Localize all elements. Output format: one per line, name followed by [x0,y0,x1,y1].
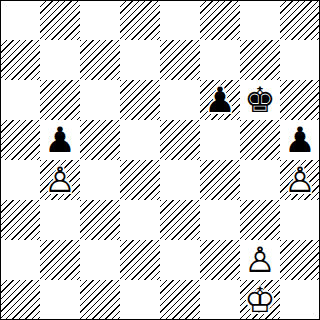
black-king-icon: ♚ [244,83,275,118]
piece-white-pawn: ♟♙ [280,160,320,200]
square-h8[interactable] [280,0,320,40]
square-g7[interactable] [240,40,280,80]
square-g2[interactable]: ♟♙ [240,240,280,280]
piece-black-king: ♚♚ [240,80,280,120]
square-b3[interactable] [40,200,80,240]
square-e1[interactable] [160,280,200,320]
piece-white-pawn: ♟♙ [40,160,80,200]
square-a6[interactable] [0,80,40,120]
black-pawn-icon: ♟ [44,123,75,158]
square-e6[interactable] [160,80,200,120]
square-f1[interactable] [200,280,240,320]
square-c2[interactable] [80,240,120,280]
square-b4[interactable]: ♟♙ [40,160,80,200]
square-h1[interactable] [280,280,320,320]
square-f3[interactable] [200,200,240,240]
piece-black-pawn: ♟♟ [40,120,80,160]
square-e8[interactable] [160,0,200,40]
square-g8[interactable] [240,0,280,40]
square-f2[interactable] [200,240,240,280]
piece-white-pawn: ♟♙ [240,240,280,280]
square-d7[interactable] [120,40,160,80]
square-a4[interactable] [0,160,40,200]
square-h5[interactable]: ♟♟ [280,120,320,160]
piece-black-pawn: ♟♟ [280,120,320,160]
square-d5[interactable] [120,120,160,160]
square-a7[interactable] [0,40,40,80]
square-b7[interactable] [40,40,80,80]
square-h6[interactable] [280,80,320,120]
square-e5[interactable] [160,120,200,160]
square-d2[interactable] [120,240,160,280]
piece-white-king: ♚♔ [240,280,280,320]
square-b6[interactable] [40,80,80,120]
square-c4[interactable] [80,160,120,200]
square-c5[interactable] [80,120,120,160]
square-e3[interactable] [160,200,200,240]
black-pawn-icon: ♟ [204,83,235,118]
square-c3[interactable] [80,200,120,240]
chess-board: ♟♟♚♚♟♟♟♟♟♙♟♙♟♙♚♔ [0,0,320,320]
square-c7[interactable] [80,40,120,80]
square-f7[interactable] [200,40,240,80]
square-g6[interactable]: ♚♚ [240,80,280,120]
square-a3[interactable] [0,200,40,240]
square-c1[interactable] [80,280,120,320]
square-h3[interactable] [280,200,320,240]
square-b2[interactable] [40,240,80,280]
white-pawn-icon: ♙ [244,243,275,278]
white-pawn-icon: ♙ [44,163,75,198]
square-a2[interactable] [0,240,40,280]
square-a5[interactable] [0,120,40,160]
square-g1[interactable]: ♚♔ [240,280,280,320]
square-e4[interactable] [160,160,200,200]
square-b1[interactable] [40,280,80,320]
square-h2[interactable] [280,240,320,280]
square-a8[interactable] [0,0,40,40]
square-b8[interactable] [40,0,80,40]
square-g4[interactable] [240,160,280,200]
square-h7[interactable] [280,40,320,80]
black-pawn-icon: ♟ [284,123,315,158]
square-g3[interactable] [240,200,280,240]
square-d1[interactable] [120,280,160,320]
square-f6[interactable]: ♟♟ [200,80,240,120]
square-d3[interactable] [120,200,160,240]
square-c6[interactable] [80,80,120,120]
square-e7[interactable] [160,40,200,80]
square-c8[interactable] [80,0,120,40]
square-h4[interactable]: ♟♙ [280,160,320,200]
square-d4[interactable] [120,160,160,200]
square-f4[interactable] [200,160,240,200]
white-pawn-icon: ♙ [284,163,315,198]
square-f8[interactable] [200,0,240,40]
square-e2[interactable] [160,240,200,280]
square-a1[interactable] [0,280,40,320]
square-d8[interactable] [120,0,160,40]
white-king-icon: ♔ [244,283,275,318]
square-g5[interactable] [240,120,280,160]
square-d6[interactable] [120,80,160,120]
square-b5[interactable]: ♟♟ [40,120,80,160]
square-f5[interactable] [200,120,240,160]
piece-black-pawn: ♟♟ [200,80,240,120]
